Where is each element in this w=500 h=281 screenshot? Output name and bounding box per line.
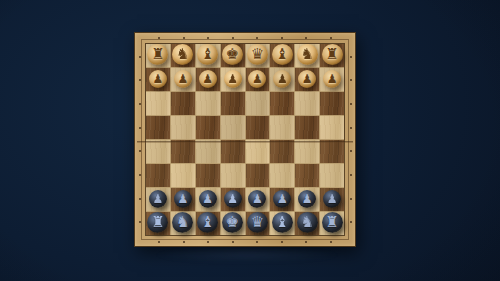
- piece-white-king-e1[interactable]: ♚: [222, 44, 243, 65]
- square-d6[interactable]: [246, 164, 270, 187]
- square-g8[interactable]: ♞: [171, 212, 195, 235]
- scene-background: ♜♞♝♚♛♝♞♜♟♟♟♟♟♟♟♟♟♟♟♟♟♟♟♟♜♞♝♚♛♝♞♜: [0, 0, 500, 281]
- frame-mark-dot: [350, 198, 352, 200]
- frame-mark-dot: [139, 221, 141, 223]
- frame-mark-dot: [232, 37, 234, 39]
- piece-white-pawn-e2[interactable]: ♟: [224, 70, 242, 88]
- square-g4[interactable]: [171, 116, 195, 139]
- square-h8[interactable]: ♜: [146, 212, 170, 235]
- square-b1[interactable]: ♞: [295, 44, 319, 67]
- frame-marks-bottom: [147, 239, 343, 244]
- piece-black-bishop-c8[interactable]: ♝: [272, 212, 293, 233]
- square-d5[interactable]: [246, 140, 270, 163]
- square-b2[interactable]: ♟: [295, 68, 319, 91]
- board-grid: ♜♞♝♚♛♝♞♜♟♟♟♟♟♟♟♟♟♟♟♟♟♟♟♟♜♞♝♚♛♝♞♜: [145, 43, 345, 236]
- square-a1[interactable]: ♜: [320, 44, 344, 67]
- square-b8[interactable]: ♞: [295, 212, 319, 235]
- square-e5[interactable]: [221, 140, 245, 163]
- square-b7[interactable]: ♟: [295, 188, 319, 211]
- square-g3[interactable]: [171, 92, 195, 115]
- square-f3[interactable]: [196, 92, 220, 115]
- piece-white-bishop-c1[interactable]: ♝: [272, 44, 293, 65]
- piece-black-knight-g8[interactable]: ♞: [172, 212, 193, 233]
- square-h6[interactable]: [146, 164, 170, 187]
- piece-black-pawn-c7[interactable]: ♟: [273, 190, 291, 208]
- piece-white-rook-a1[interactable]: ♜: [322, 44, 343, 65]
- square-e1[interactable]: ♚: [221, 44, 245, 67]
- square-h5[interactable]: [146, 140, 170, 163]
- square-a8[interactable]: ♜: [320, 212, 344, 235]
- square-c3[interactable]: [270, 92, 294, 115]
- square-a2[interactable]: ♟: [320, 68, 344, 91]
- square-f2[interactable]: ♟: [196, 68, 220, 91]
- piece-white-pawn-a2[interactable]: ♟: [323, 70, 341, 88]
- frame-mark-dot: [305, 37, 307, 39]
- frame-mark-dot: [139, 127, 141, 129]
- frame-mark-dot: [350, 79, 352, 81]
- piece-white-knight-g1[interactable]: ♞: [172, 44, 193, 65]
- piece-white-pawn-f2[interactable]: ♟: [199, 70, 217, 88]
- square-g5[interactable]: [171, 140, 195, 163]
- frame-mark-dot: [305, 241, 307, 243]
- square-c8[interactable]: ♝: [270, 212, 294, 235]
- piece-black-pawn-b7[interactable]: ♟: [298, 190, 316, 208]
- square-h3[interactable]: [146, 92, 170, 115]
- frame-mark-dot: [158, 241, 160, 243]
- frame-mark-dot: [139, 103, 141, 105]
- piece-white-pawn-h2[interactable]: ♟: [149, 70, 167, 88]
- square-d7[interactable]: ♟: [246, 188, 270, 211]
- square-d3[interactable]: [246, 92, 270, 115]
- piece-black-pawn-d7[interactable]: ♟: [248, 190, 266, 208]
- square-f8[interactable]: ♝: [196, 212, 220, 235]
- piece-black-pawn-g7[interactable]: ♟: [174, 190, 192, 208]
- piece-black-rook-a8[interactable]: ♜: [322, 212, 343, 233]
- square-f1[interactable]: ♝: [196, 44, 220, 67]
- frame-mark-dot: [350, 56, 352, 58]
- piece-black-knight-b8[interactable]: ♞: [297, 212, 318, 233]
- square-g2[interactable]: ♟: [171, 68, 195, 91]
- square-e7[interactable]: ♟: [221, 188, 245, 211]
- board-reflection: [152, 247, 342, 263]
- square-b6[interactable]: [295, 164, 319, 187]
- frame-mark-dot: [139, 56, 141, 58]
- square-c6[interactable]: [270, 164, 294, 187]
- piece-black-queen-d8[interactable]: ♛: [247, 212, 268, 233]
- frame-marks-top: [147, 35, 343, 40]
- square-e4[interactable]: [221, 116, 245, 139]
- square-c7[interactable]: ♟: [270, 188, 294, 211]
- frame-mark-dot: [350, 103, 352, 105]
- square-a3[interactable]: [320, 92, 344, 115]
- square-d1[interactable]: ♛: [246, 44, 270, 67]
- square-a6[interactable]: [320, 164, 344, 187]
- square-b4[interactable]: [295, 116, 319, 139]
- square-e8[interactable]: ♚: [221, 212, 245, 235]
- piece-black-king-e8[interactable]: ♚: [222, 212, 243, 233]
- frame-mark-dot: [281, 37, 283, 39]
- square-g7[interactable]: ♟: [171, 188, 195, 211]
- piece-white-pawn-g2[interactable]: ♟: [174, 70, 192, 88]
- frame-mark-dot: [139, 79, 141, 81]
- piece-black-pawn-h7[interactable]: ♟: [149, 190, 167, 208]
- piece-white-pawn-d2[interactable]: ♟: [248, 70, 266, 88]
- frame-marks-left: [137, 45, 142, 234]
- square-f7[interactable]: ♟: [196, 188, 220, 211]
- piece-white-knight-b1[interactable]: ♞: [297, 44, 318, 65]
- piece-white-pawn-c2[interactable]: ♟: [273, 70, 291, 88]
- square-c2[interactable]: ♟: [270, 68, 294, 91]
- piece-black-rook-h8[interactable]: ♜: [147, 212, 168, 233]
- piece-black-pawn-a7[interactable]: ♟: [323, 190, 341, 208]
- square-c5[interactable]: [270, 140, 294, 163]
- piece-black-pawn-e7[interactable]: ♟: [224, 190, 242, 208]
- square-c4[interactable]: [270, 116, 294, 139]
- frame-mark-dot: [183, 37, 185, 39]
- square-b5[interactable]: [295, 140, 319, 163]
- square-h1[interactable]: ♜: [146, 44, 170, 67]
- square-c1[interactable]: ♝: [270, 44, 294, 67]
- square-f4[interactable]: [196, 116, 220, 139]
- frame-marks-right: [348, 45, 353, 234]
- frame-mark-dot: [330, 37, 332, 39]
- square-e3[interactable]: [221, 92, 245, 115]
- square-d2[interactable]: ♟: [246, 68, 270, 91]
- square-a4[interactable]: [320, 116, 344, 139]
- square-f6[interactable]: [196, 164, 220, 187]
- frame-mark-dot: [207, 241, 209, 243]
- frame-mark-dot: [256, 37, 258, 39]
- piece-white-queen-d1[interactable]: ♛: [247, 44, 268, 65]
- frame-mark-dot: [139, 198, 141, 200]
- square-e2[interactable]: ♟: [221, 68, 245, 91]
- square-a7[interactable]: ♟: [320, 188, 344, 211]
- frame-mark-dot: [183, 241, 185, 243]
- frame-mark-dot: [207, 37, 209, 39]
- frame-mark-dot: [350, 127, 352, 129]
- square-h2[interactable]: ♟: [146, 68, 170, 91]
- square-e6[interactable]: [221, 164, 245, 187]
- piece-white-rook-h1[interactable]: ♜: [147, 44, 168, 65]
- square-d4[interactable]: [246, 116, 270, 139]
- frame-mark-dot: [350, 221, 352, 223]
- frame-mark-dot: [139, 174, 141, 176]
- square-h7[interactable]: ♟: [146, 188, 170, 211]
- square-f5[interactable]: [196, 140, 220, 163]
- frame-mark-dot: [256, 241, 258, 243]
- square-a5[interactable]: [320, 140, 344, 163]
- frame-mark-dot: [330, 241, 332, 243]
- square-b3[interactable]: [295, 92, 319, 115]
- frame-mark-dot: [232, 241, 234, 243]
- square-d8[interactable]: ♛: [246, 212, 270, 235]
- frame-mark-dot: [350, 150, 352, 152]
- frame-mark-dot: [158, 37, 160, 39]
- frame-mark-dot: [139, 150, 141, 152]
- piece-black-pawn-f7[interactable]: ♟: [199, 190, 217, 208]
- frame-mark-dot: [350, 174, 352, 176]
- square-g1[interactable]: ♞: [171, 44, 195, 67]
- piece-white-pawn-b2[interactable]: ♟: [298, 70, 316, 88]
- square-g6[interactable]: [171, 164, 195, 187]
- chess-board: ♜♞♝♚♛♝♞♜♟♟♟♟♟♟♟♟♟♟♟♟♟♟♟♟♜♞♝♚♛♝♞♜: [134, 32, 356, 247]
- frame-mark-dot: [281, 241, 283, 243]
- square-h4[interactable]: [146, 116, 170, 139]
- piece-white-bishop-f1[interactable]: ♝: [197, 44, 218, 65]
- piece-black-bishop-f8[interactable]: ♝: [197, 212, 218, 233]
